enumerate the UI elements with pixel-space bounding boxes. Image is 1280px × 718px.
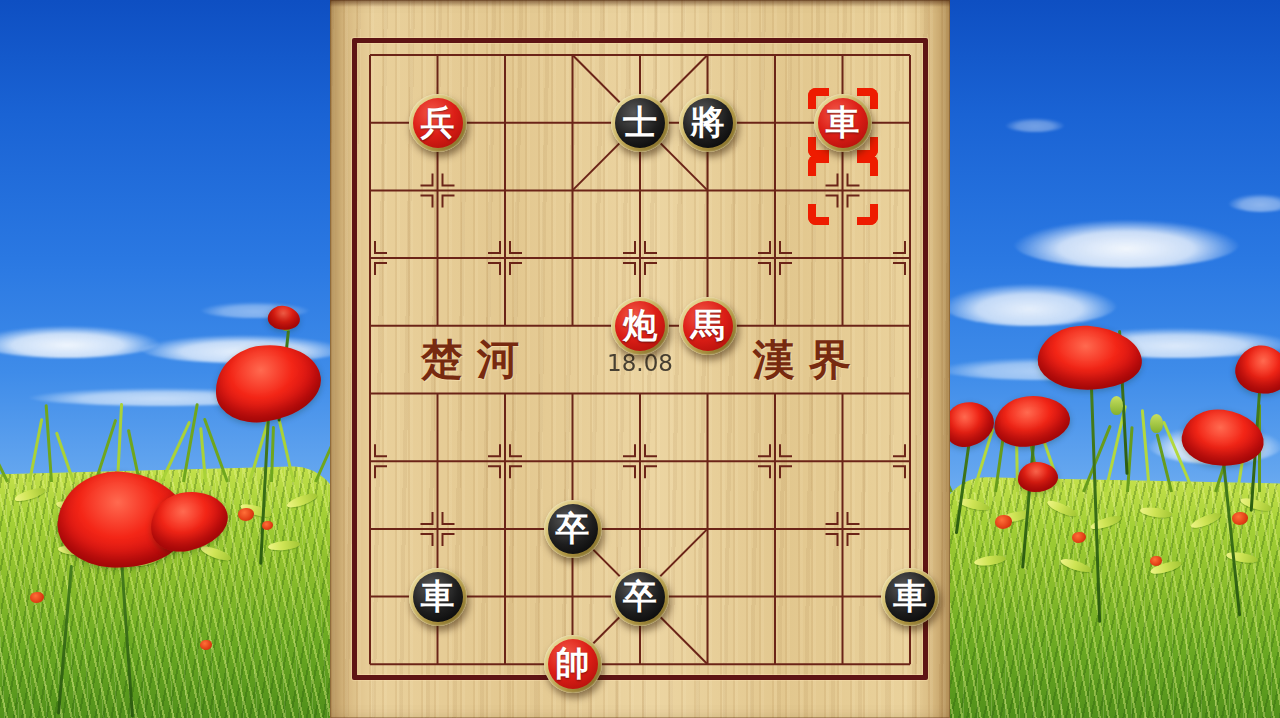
piece-glyph: 炮 (623, 309, 657, 343)
piece-glyph: 卒 (556, 512, 590, 546)
poppy-flower (992, 392, 1073, 450)
marker-corner (857, 155, 878, 176)
piece-red-horse[interactable]: 馬 (679, 297, 737, 355)
cloud (0, 326, 160, 358)
cloud (942, 284, 1117, 326)
move-from-marker (808, 155, 878, 225)
piece-red-cannon[interactable]: 炮 (611, 297, 669, 355)
cloud (1228, 194, 1280, 212)
piece-glyph: 車 (893, 580, 927, 614)
piece-glyph: 士 (623, 106, 657, 140)
poppy-bud (1150, 414, 1163, 433)
piece-glyph: 將 (691, 106, 725, 140)
cloud (1014, 220, 1239, 268)
piece-glyph: 車 (421, 580, 455, 614)
piece-black-soldier[interactable]: 卒 (611, 568, 669, 626)
piece-black-advisor[interactable]: 士 (611, 94, 669, 152)
piece-black-chariot[interactable]: 車 (881, 568, 939, 626)
piece-glyph: 帥 (556, 647, 590, 681)
piece-red-chariot[interactable]: 車 (814, 94, 872, 152)
cloud (1005, 118, 1065, 132)
piece-black-general[interactable]: 將 (679, 94, 737, 152)
piece-glyph: 卒 (623, 580, 657, 614)
marker-corner (808, 204, 829, 225)
piece-glyph: 兵 (421, 106, 455, 140)
piece-red-general[interactable]: 帥 (544, 635, 602, 693)
wood-panel: 楚河 漢界 18.08 兵士將車炮馬卒車卒車帥 (330, 0, 950, 718)
piece-black-soldier[interactable]: 卒 (544, 500, 602, 558)
marker-corner (808, 155, 829, 176)
grass-blade (45, 404, 53, 482)
screen: 楚河 漢界 18.08 兵士將車炮馬卒車卒車帥 (0, 0, 1280, 718)
piece-glyph: 車 (826, 106, 860, 140)
river-label-left: 楚河 (407, 332, 533, 388)
piece-glyph: 馬 (691, 309, 725, 343)
river-label-right: 漢界 (739, 332, 865, 388)
piece-red-soldier[interactable]: 兵 (409, 94, 467, 152)
marker-corner (857, 204, 878, 225)
piece-black-chariot[interactable]: 車 (409, 568, 467, 626)
poppy-bud (1110, 396, 1123, 415)
